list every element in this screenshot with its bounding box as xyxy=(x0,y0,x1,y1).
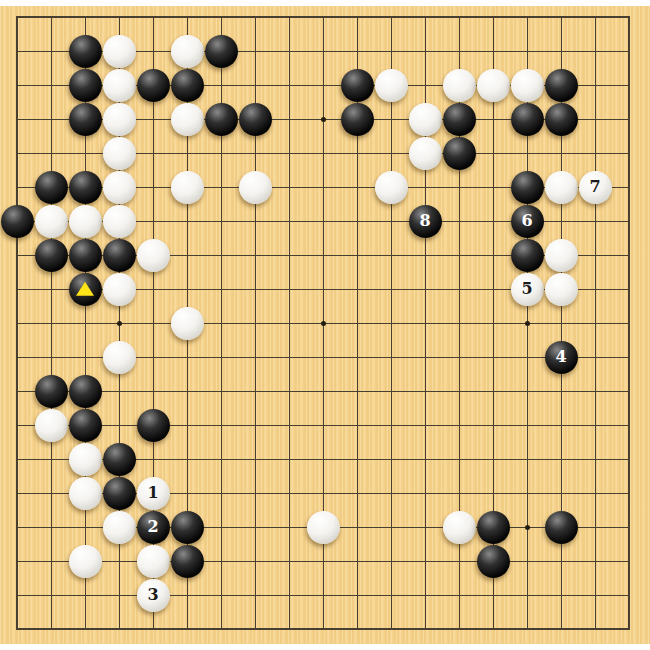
stone-black[interactable]: 2 xyxy=(137,511,170,544)
stone-white[interactable] xyxy=(103,103,136,136)
stone-black[interactable] xyxy=(35,375,68,408)
stone-black[interactable] xyxy=(69,375,102,408)
last-move-triangle-marker xyxy=(76,282,94,296)
stone-black[interactable] xyxy=(35,171,68,204)
stone-black[interactable] xyxy=(511,239,544,272)
stone-black[interactable] xyxy=(103,477,136,510)
star-point xyxy=(525,525,530,530)
stone-white[interactable] xyxy=(103,511,136,544)
stone-white[interactable] xyxy=(137,545,170,578)
stone-white[interactable] xyxy=(103,137,136,170)
stone-black[interactable] xyxy=(545,511,578,544)
star-point xyxy=(321,321,326,326)
stone-black[interactable] xyxy=(171,545,204,578)
star-point xyxy=(117,321,122,326)
stone-white[interactable] xyxy=(171,103,204,136)
stone-white[interactable] xyxy=(103,205,136,238)
move-number-label: 8 xyxy=(409,205,442,238)
stone-black[interactable] xyxy=(239,103,272,136)
stone-black[interactable] xyxy=(35,239,68,272)
move-number-label: 5 xyxy=(511,273,544,306)
stone-white[interactable] xyxy=(375,69,408,102)
stone-black[interactable] xyxy=(443,103,476,136)
stone-black[interactable] xyxy=(341,69,374,102)
stone-black[interactable]: 8 xyxy=(409,205,442,238)
stone-white[interactable] xyxy=(35,205,68,238)
top-white-strip xyxy=(0,0,650,6)
stone-white[interactable] xyxy=(69,545,102,578)
stone-black[interactable] xyxy=(103,443,136,476)
stone-white[interactable] xyxy=(35,409,68,442)
stone-white[interactable] xyxy=(69,205,102,238)
stone-white[interactable] xyxy=(545,171,578,204)
stone-white[interactable] xyxy=(69,477,102,510)
stone-black[interactable] xyxy=(69,103,102,136)
stone-black[interactable] xyxy=(137,409,170,442)
stone-white[interactable] xyxy=(171,35,204,68)
bottom-white-strip xyxy=(0,644,650,650)
stone-black[interactable] xyxy=(545,69,578,102)
stone-black[interactable] xyxy=(477,545,510,578)
stone-black[interactable] xyxy=(69,239,102,272)
stone-white[interactable]: 3 xyxy=(137,579,170,612)
grid-line-horizontal xyxy=(16,561,630,562)
stone-white[interactable] xyxy=(171,171,204,204)
stone-black[interactable] xyxy=(205,35,238,68)
stone-white[interactable] xyxy=(69,443,102,476)
move-number-label: 1 xyxy=(137,477,170,510)
stone-black[interactable] xyxy=(205,103,238,136)
stone-black[interactable] xyxy=(1,205,34,238)
grid-line-horizontal xyxy=(16,628,630,630)
grid-line-vertical xyxy=(391,16,392,630)
stone-white[interactable] xyxy=(307,511,340,544)
stone-black[interactable] xyxy=(511,103,544,136)
stone-white[interactable] xyxy=(477,69,510,102)
stone-white[interactable] xyxy=(443,511,476,544)
stone-black[interactable] xyxy=(341,103,374,136)
stone-white[interactable]: 5 xyxy=(511,273,544,306)
stone-white[interactable] xyxy=(545,239,578,272)
star-point xyxy=(321,117,326,122)
stone-white[interactable] xyxy=(103,273,136,306)
stone-black[interactable] xyxy=(69,273,102,306)
stone-black[interactable] xyxy=(171,69,204,102)
stone-white[interactable] xyxy=(103,35,136,68)
go-board[interactable]: 78654123 xyxy=(0,0,650,650)
move-number-label: 6 xyxy=(511,205,544,238)
move-number-label: 7 xyxy=(579,171,612,204)
grid-line-horizontal xyxy=(16,595,630,596)
stone-black[interactable] xyxy=(69,35,102,68)
stone-white[interactable] xyxy=(409,137,442,170)
stone-white[interactable] xyxy=(137,239,170,272)
grid-line-horizontal xyxy=(16,425,630,426)
stone-white[interactable] xyxy=(409,103,442,136)
stone-white[interactable] xyxy=(443,69,476,102)
stone-black[interactable] xyxy=(103,239,136,272)
stone-black[interactable]: 4 xyxy=(545,341,578,374)
stone-white[interactable] xyxy=(103,69,136,102)
stone-white[interactable] xyxy=(103,171,136,204)
stone-white[interactable] xyxy=(103,341,136,374)
stone-black[interactable] xyxy=(443,137,476,170)
stone-white[interactable] xyxy=(545,273,578,306)
grid-line-vertical xyxy=(628,16,630,630)
grid-line-horizontal xyxy=(16,391,630,392)
stone-black[interactable] xyxy=(69,171,102,204)
stone-white[interactable] xyxy=(239,171,272,204)
star-point xyxy=(525,321,530,326)
move-number-label: 3 xyxy=(137,579,170,612)
stone-black[interactable] xyxy=(171,511,204,544)
move-number-label: 4 xyxy=(545,341,578,374)
stone-white[interactable]: 1 xyxy=(137,477,170,510)
grid-line-vertical xyxy=(595,16,596,630)
stone-white[interactable]: 7 xyxy=(579,171,612,204)
stone-black[interactable] xyxy=(69,69,102,102)
stone-black[interactable] xyxy=(137,69,170,102)
stone-black[interactable] xyxy=(477,511,510,544)
go-board-screenshot: 78654123 xyxy=(0,0,650,650)
stone-black[interactable] xyxy=(511,171,544,204)
stone-white[interactable] xyxy=(171,307,204,340)
stone-black[interactable] xyxy=(69,409,102,442)
stone-black[interactable] xyxy=(545,103,578,136)
move-number-label: 2 xyxy=(137,511,170,544)
stone-white[interactable] xyxy=(375,171,408,204)
stone-white[interactable] xyxy=(511,69,544,102)
stone-black[interactable]: 6 xyxy=(511,205,544,238)
